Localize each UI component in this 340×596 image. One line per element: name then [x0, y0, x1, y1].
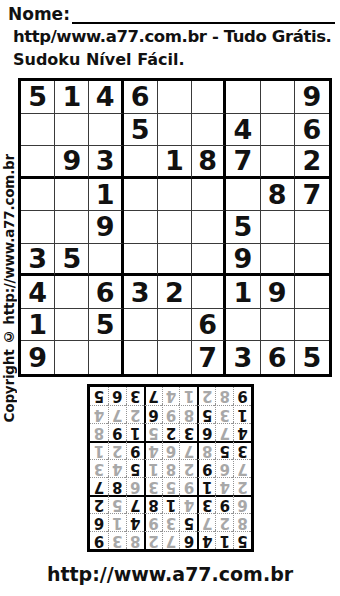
solution-cell-r3c1: 6 [233, 495, 251, 513]
solution-cell-r7c8: 9 [108, 423, 126, 441]
puzzle-cell-r6c5[interactable] [158, 244, 192, 277]
puzzle-cell-r1c9: 9 [295, 81, 329, 114]
puzzle-cell-r3c5: 1 [158, 146, 192, 179]
solution-cell-r3c8: 5 [108, 495, 126, 513]
puzzle-cell-r6c9[interactable] [295, 244, 329, 277]
solution-cell-r1c5: 7 [162, 531, 180, 549]
solution-cell-r7c4: 3 [179, 423, 197, 441]
puzzle-cell-r7c1: 4 [21, 276, 55, 309]
solution-cell-r1c3: 4 [197, 531, 215, 549]
solution-cell-r8c7: 2 [126, 405, 144, 423]
puzzle-cell-r5c6[interactable] [192, 211, 226, 244]
solution-cell-r2c8: 1 [108, 513, 126, 531]
puzzle-cell-r9c2[interactable] [55, 341, 89, 374]
solution-cell-r8c5: 9 [162, 405, 180, 423]
solution-cell-r4c9: 7 [90, 477, 108, 495]
solution-cell-r5c7: 5 [126, 459, 144, 477]
puzzle-cell-r8c5[interactable] [158, 309, 192, 342]
puzzle-cell-r1c4: 6 [124, 81, 158, 114]
solution-cell-r6c2: 5 [215, 441, 233, 459]
solution-cell-r6c1: 3 [233, 441, 251, 459]
solution-cell-r5c5: 8 [162, 459, 180, 477]
puzzle-cell-r6c6[interactable] [192, 244, 226, 277]
puzzle-cell-r9c8: 6 [261, 341, 295, 374]
solution-cell-r9c7: 3 [126, 387, 144, 405]
solution-cell-r1c7: 8 [126, 531, 144, 549]
puzzle-cell-r4c4[interactable] [124, 179, 158, 212]
puzzle-cell-r4c3: 1 [89, 179, 123, 212]
puzzle-cell-r7c3: 6 [89, 276, 123, 309]
name-label: Nome: [8, 4, 70, 24]
solution-cell-r2c6: 9 [144, 513, 162, 531]
solution-cell-r4c8: 8 [108, 477, 126, 495]
puzzle-cell-r5c8[interactable] [261, 211, 295, 244]
solution-cell-r1c8: 3 [108, 531, 126, 549]
solution-cell-r9c2: 8 [215, 387, 233, 405]
puzzle-cell-r2c5[interactable] [158, 114, 192, 147]
puzzle-cell-r6c1: 3 [21, 244, 55, 277]
copyright-vertical-text: Copyright © http://www.a77.com.br [0, 142, 17, 434]
puzzle-cell-r1c2: 1 [55, 81, 89, 114]
puzzle-cell-r9c3[interactable] [89, 341, 123, 374]
solution-cell-r6c4: 7 [179, 441, 197, 459]
solution-cell-r3c9: 2 [90, 495, 108, 513]
solution-cell-r8c4: 8 [179, 405, 197, 423]
puzzle-cell-r6c2: 5 [55, 244, 89, 277]
solution-cell-r1c1: 5 [233, 531, 251, 549]
puzzle-cell-r5c3: 9 [89, 211, 123, 244]
solution-cell-r8c1: 1 [233, 405, 251, 423]
puzzle-cell-r1c5[interactable] [158, 81, 192, 114]
solution-cell-r7c2: 7 [215, 423, 233, 441]
puzzle-cell-r9c7: 3 [226, 341, 260, 374]
puzzle-cell-r5c2[interactable] [55, 211, 89, 244]
solution-cell-r2c1: 8 [233, 513, 251, 531]
solution-cell-r5c2: 6 [215, 459, 233, 477]
solution-cell-r6c3: 8 [197, 441, 215, 459]
solution-cell-r7c9: 8 [90, 423, 108, 441]
solution-cell-r3c2: 9 [215, 495, 233, 513]
puzzle-cell-r3c6: 8 [192, 146, 226, 179]
solution-cell-r9c5: 4 [162, 387, 180, 405]
sudoku-worksheet-page: Nome: http/www.a77.com.br - Tudo Grátis.… [0, 0, 340, 596]
puzzle-cell-r6c3[interactable] [89, 244, 123, 277]
solution-cell-r3c4: 4 [179, 495, 197, 513]
solution-cell-r9c8: 6 [108, 387, 126, 405]
solution-cell-r5c6: 1 [144, 459, 162, 477]
solution-cell-r5c1: 7 [233, 459, 251, 477]
solution-cell-r6c6: 4 [144, 441, 162, 459]
solution-cell-r4c3: 1 [197, 477, 215, 495]
puzzle-cell-r7c2[interactable] [55, 276, 89, 309]
solution-cell-r6c7: 9 [126, 441, 144, 459]
solution-cell-r8c8: 7 [108, 405, 126, 423]
puzzle-cell-r6c7: 9 [226, 244, 260, 277]
solution-cell-r4c4: 9 [179, 477, 197, 495]
puzzle-cell-r5c7: 5 [226, 211, 260, 244]
solution-cell-r7c3: 6 [197, 423, 215, 441]
puzzle-cell-r2c9: 6 [295, 114, 329, 147]
solution-cell-r5c9: 3 [90, 459, 108, 477]
puzzle-cell-r2c8[interactable] [261, 114, 295, 147]
puzzle-cell-r9c4[interactable] [124, 341, 158, 374]
puzzle-cell-r8c7[interactable] [226, 309, 260, 342]
puzzle-cell-r4c9: 7 [295, 179, 329, 212]
solution-cell-r3c3: 3 [197, 495, 215, 513]
puzzle-cell-r6c4[interactable] [124, 244, 158, 277]
puzzle-cell-r9c5[interactable] [158, 341, 192, 374]
puzzle-cell-r3c7: 7 [226, 146, 260, 179]
puzzle-cell-r4c8: 8 [261, 179, 295, 212]
puzzle-cell-r7c5: 2 [158, 276, 192, 309]
solution-cell-r4c1: 2 [233, 477, 251, 495]
puzzle-cell-r7c4: 3 [124, 276, 158, 309]
name-blank-line [72, 3, 335, 24]
solution-cell-r3c6: 8 [144, 495, 162, 513]
puzzle-cell-r8c1: 1 [21, 309, 55, 342]
puzzle-cell-r8c3: 5 [89, 309, 123, 342]
solution-cell-r7c6: 5 [144, 423, 162, 441]
puzzle-cell-r9c1: 9 [21, 341, 55, 374]
puzzle-cell-r9c6: 7 [192, 341, 226, 374]
puzzle-cell-r8c4[interactable] [124, 309, 158, 342]
footer-url: http://www.a77.com.br [0, 563, 340, 585]
puzzle-cell-r8c8[interactable] [261, 309, 295, 342]
puzzle-cell-r1c3: 4 [89, 81, 123, 114]
puzzle-cell-r2c3[interactable] [89, 114, 123, 147]
solution-cell-r9c4: 1 [179, 387, 197, 405]
solution-cell-r9c9: 5 [90, 387, 108, 405]
puzzle-cell-r5c9[interactable] [295, 211, 329, 244]
solution-cell-r4c5: 5 [162, 477, 180, 495]
name-row: Nome: [8, 3, 335, 24]
puzzle-cell-r1c8[interactable] [261, 81, 295, 114]
puzzle-cell-r5c1[interactable] [21, 211, 55, 244]
puzzle-cell-r7c7: 1 [226, 276, 260, 309]
solution-cell-r9c1: 9 [233, 387, 251, 405]
puzzle-cell-r1c6[interactable] [192, 81, 226, 114]
puzzle-cell-r5c4[interactable] [124, 211, 158, 244]
solution-cell-r2c5: 3 [162, 513, 180, 531]
puzzle-cell-r8c6: 6 [192, 309, 226, 342]
puzzle-cell-r3c2: 9 [55, 146, 89, 179]
solution-cell-r8c6: 6 [144, 405, 162, 423]
solution-cell-r8c2: 3 [215, 405, 233, 423]
puzzle-cell-r3c1[interactable] [21, 146, 55, 179]
puzzle-cell-r4c5[interactable] [158, 179, 192, 212]
solution-cell-r9c6: 7 [144, 387, 162, 405]
difficulty-title: Sudoku Nível Fácil. [13, 50, 185, 69]
solution-cell-r2c7: 4 [126, 513, 144, 531]
puzzle-cell-r2c4: 5 [124, 114, 158, 147]
solution-cell-r2c2: 2 [215, 513, 233, 531]
puzzle-cell-r4c7[interactable] [226, 179, 260, 212]
puzzle-cell-r6c8[interactable] [261, 244, 295, 277]
solution-cell-r5c8: 4 [108, 459, 126, 477]
puzzle-cell-r1c7[interactable] [226, 81, 260, 114]
solution-cell-r6c9: 1 [90, 441, 108, 459]
puzzle-cell-r3c3: 3 [89, 146, 123, 179]
puzzle-cell-r3c9: 2 [295, 146, 329, 179]
solution-cell-r4c6: 3 [144, 477, 162, 495]
solution-cell-r7c1: 4 [233, 423, 251, 441]
puzzle-board: 514695469318721879535946321915697365 [18, 78, 332, 377]
solution-cell-r2c3: 7 [197, 513, 215, 531]
puzzle-cell-r4c2[interactable] [55, 179, 89, 212]
solution-cell-r6c5: 6 [162, 441, 180, 459]
solution-cell-r5c4: 2 [179, 459, 197, 477]
solution-cell-r2c9: 6 [90, 513, 108, 531]
solution-cell-r4c2: 4 [215, 477, 233, 495]
puzzle-cell-r5c5[interactable] [158, 211, 192, 244]
puzzle-cell-r2c2[interactable] [55, 114, 89, 147]
puzzle-cell-r7c6[interactable] [192, 276, 226, 309]
solution-board: 5146728398275394166934187522419536877692… [87, 384, 254, 552]
solution-cell-r1c6: 2 [144, 531, 162, 549]
solution-cell-r5c3: 9 [197, 459, 215, 477]
solution-cell-r7c5: 2 [162, 423, 180, 441]
solution-cell-r7c7: 1 [126, 423, 144, 441]
solution-cell-r8c3: 5 [197, 405, 215, 423]
solution-cell-r1c4: 6 [179, 531, 197, 549]
solution-cell-r1c2: 1 [215, 531, 233, 549]
puzzle-cell-r8c9[interactable] [295, 309, 329, 342]
site-header: http/www.a77.com.br - Tudo Grátis. [13, 27, 331, 46]
solution-cell-r8c9: 4 [90, 405, 108, 423]
solution-cell-r3c5: 1 [162, 495, 180, 513]
puzzle-cell-r2c7: 4 [226, 114, 260, 147]
solution-cell-r1c9: 9 [90, 531, 108, 549]
puzzle-cell-r2c1[interactable] [21, 114, 55, 147]
solution-cell-r6c8: 2 [108, 441, 126, 459]
puzzle-cell-r8c2[interactable] [55, 309, 89, 342]
puzzle-cell-r7c9[interactable] [295, 276, 329, 309]
puzzle-cell-r3c4[interactable] [124, 146, 158, 179]
solution-cell-r3c7: 7 [126, 495, 144, 513]
puzzle-cell-r9c9: 5 [295, 341, 329, 374]
puzzle-cell-r2c6[interactable] [192, 114, 226, 147]
puzzle-cell-r3c8[interactable] [261, 146, 295, 179]
solution-cell-r9c3: 2 [197, 387, 215, 405]
puzzle-cell-r1c1: 5 [21, 81, 55, 114]
puzzle-cell-r4c6[interactable] [192, 179, 226, 212]
puzzle-cell-r4c1[interactable] [21, 179, 55, 212]
copyright-label: Copyright © http://www.a77.com.br [1, 154, 17, 422]
solution-cell-r2c4: 5 [179, 513, 197, 531]
puzzle-cell-r7c8: 9 [261, 276, 295, 309]
solution-cell-r4c7: 6 [126, 477, 144, 495]
